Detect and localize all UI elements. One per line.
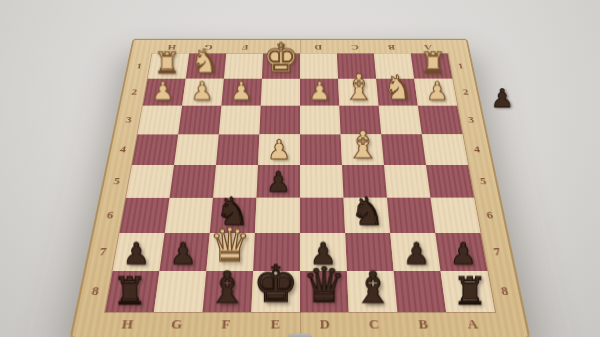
- rank-label-left-5: 5: [113, 175, 121, 187]
- square-b5[interactable]: [384, 165, 430, 198]
- file-label-top-b: B: [388, 42, 396, 51]
- square-b7[interactable]: ♟: [390, 233, 440, 271]
- file-label-top-g: G: [204, 42, 213, 51]
- square-c6[interactable]: ♞: [343, 198, 390, 233]
- piece-black-P-b7[interactable]: ♟: [403, 240, 430, 269]
- rank-label-right-2: 2: [462, 87, 469, 97]
- piece-white-P-f2[interactable]: ♟: [230, 80, 253, 104]
- rank-label-right-7: 7: [492, 245, 501, 259]
- square-h6[interactable]: [120, 198, 170, 233]
- piece-white-Q-f7[interactable]: ♛: [209, 224, 251, 268]
- square-f2[interactable]: ♟: [221, 79, 262, 106]
- rank-label-left-4: 4: [119, 144, 127, 155]
- square-g1[interactable]: ♞: [186, 54, 226, 79]
- square-a6[interactable]: [430, 198, 480, 233]
- square-d6[interactable]: [300, 198, 345, 233]
- file-label-top-e: E: [278, 42, 285, 51]
- square-c8[interactable]: ♝: [347, 271, 398, 312]
- board-frame: ♜♞♚♜♟♟♟♟♝♞♟♟♝♟♞♞♟♟♛♟♟♟♜♝♚♛♝♜ HHGGFFEEDDC…: [72, 40, 528, 337]
- square-f4[interactable]: [216, 134, 259, 165]
- piece-black-K-e8[interactable]: ♚: [253, 261, 299, 309]
- rank-label-right-5: 5: [479, 175, 487, 187]
- square-g8[interactable]: [154, 271, 206, 312]
- square-d2[interactable]: ♟: [300, 79, 339, 106]
- square-c4[interactable]: ♝: [341, 134, 384, 165]
- square-h8[interactable]: ♜: [105, 271, 159, 312]
- rank-label-left-3: 3: [125, 115, 133, 125]
- captured-piece-bP[interactable]: ♟: [491, 86, 514, 110]
- piece-black-Q-d8[interactable]: ♛: [303, 263, 347, 309]
- piece-black-P-h7[interactable]: ♟: [123, 240, 150, 269]
- square-d3[interactable]: [300, 106, 341, 135]
- square-a4[interactable]: [422, 134, 468, 165]
- file-label-bottom-d: D: [319, 317, 330, 333]
- file-label-bottom-b: B: [418, 317, 429, 333]
- piece-white-B-c2[interactable]: ♝: [343, 70, 375, 104]
- file-label-bottom-e: E: [270, 317, 280, 333]
- square-g2[interactable]: ♟: [182, 79, 224, 106]
- piece-black-P-a7[interactable]: ♟: [450, 240, 477, 269]
- square-e1[interactable]: ♚: [262, 54, 300, 79]
- square-g6[interactable]: [165, 198, 213, 233]
- square-a2[interactable]: ♟: [414, 79, 457, 106]
- file-label-bottom-h: H: [121, 317, 134, 333]
- captured-piece-tray: ♟: [477, 85, 522, 112]
- square-h2[interactable]: ♟: [143, 79, 186, 106]
- piece-black-B-f8[interactable]: ♝: [207, 267, 246, 309]
- square-h3[interactable]: [138, 106, 183, 135]
- photo-scene: ♜♞♚♜♟♟♟♟♝♞♟♟♝♟♞♞♟♟♛♟♟♟♜♝♚♛♝♜ HHGGFFEEDDC…: [0, 0, 600, 337]
- rank-label-left-8: 8: [90, 284, 100, 299]
- square-d5[interactable]: [300, 165, 343, 198]
- square-b4[interactable]: [381, 134, 426, 165]
- square-a5[interactable]: [426, 165, 474, 198]
- file-label-bottom-a: A: [466, 317, 479, 333]
- file-label-bottom-c: C: [368, 317, 379, 333]
- square-e4[interactable]: ♟: [258, 134, 300, 165]
- file-label-top-h: H: [167, 42, 177, 51]
- piece-white-P-g2[interactable]: ♟: [191, 80, 214, 104]
- rank-label-left-1: 1: [136, 62, 143, 71]
- piece-white-B-c4[interactable]: ♝: [346, 127, 380, 163]
- file-label-bottom-f: F: [221, 317, 231, 333]
- chess-board: ♜♞♚♜♟♟♟♟♝♞♟♟♝♟♞♞♟♟♛♟♟♟♜♝♚♛♝♜: [105, 54, 495, 312]
- square-d1[interactable]: [300, 54, 338, 79]
- file-label-top-a: A: [424, 42, 433, 51]
- square-h5[interactable]: [126, 165, 174, 198]
- piece-black-P-g7[interactable]: ♟: [170, 240, 197, 269]
- rank-label-right-8: 8: [500, 284, 510, 299]
- rank-label-left-7: 7: [98, 245, 107, 259]
- piece-black-R-h8[interactable]: ♜: [113, 273, 147, 309]
- square-b8[interactable]: [394, 271, 446, 312]
- square-e8[interactable]: ♚: [251, 271, 300, 312]
- piece-white-N-b2[interactable]: ♞: [383, 72, 413, 104]
- square-b2[interactable]: ♞: [376, 79, 418, 106]
- square-h7[interactable]: ♟: [113, 233, 165, 271]
- square-d4[interactable]: [300, 134, 342, 165]
- rank-label-right-1: 1: [457, 62, 464, 71]
- piece-white-P-a2[interactable]: ♟: [426, 80, 449, 104]
- square-g4[interactable]: [174, 134, 219, 165]
- piece-white-P-d2[interactable]: ♟: [308, 80, 331, 104]
- square-g5[interactable]: [170, 165, 216, 198]
- square-f1[interactable]: [224, 54, 263, 79]
- square-e2[interactable]: [261, 79, 300, 106]
- piece-white-P-h2[interactable]: ♟: [151, 80, 174, 104]
- square-c2[interactable]: ♝: [338, 79, 379, 106]
- file-label-top-c: C: [351, 42, 359, 51]
- rank-label-right-6: 6: [485, 209, 494, 222]
- square-f8[interactable]: ♝: [203, 271, 254, 312]
- rank-label-left-2: 2: [131, 87, 138, 97]
- table-plane: ♜♞♚♜♟♟♟♟♝♞♟♟♝♟♞♞♟♟♛♟♟♟♜♝♚♛♝♜ HHGGFFEEDDC…: [72, 40, 528, 337]
- square-d8[interactable]: ♛: [300, 271, 349, 312]
- piece-black-R-a8[interactable]: ♜: [453, 273, 487, 309]
- piece-black-P-e5[interactable]: ♟: [266, 169, 291, 195]
- square-e6[interactable]: [255, 198, 300, 233]
- square-e5[interactable]: ♟: [257, 165, 300, 198]
- rank-label-right-3: 3: [467, 115, 475, 125]
- piece-black-N-c6[interactable]: ♞: [350, 194, 385, 231]
- square-e3[interactable]: [259, 106, 300, 135]
- piece-white-R-h1[interactable]: ♜: [154, 49, 181, 77]
- square-b6[interactable]: [387, 198, 435, 233]
- square-a3[interactable]: [418, 106, 463, 135]
- square-b3[interactable]: [379, 106, 422, 135]
- square-a7[interactable]: ♟: [435, 233, 487, 271]
- file-label-bottom-g: G: [170, 317, 183, 333]
- piece-black-B-c8[interactable]: ♝: [353, 267, 392, 309]
- rank-label-right-4: 4: [473, 144, 481, 155]
- square-a1[interactable]: ♜: [411, 54, 453, 79]
- piece-white-R-a1[interactable]: ♜: [420, 49, 447, 77]
- square-f3[interactable]: [219, 106, 261, 135]
- square-h4[interactable]: [132, 134, 178, 165]
- rank-label-left-6: 6: [106, 209, 115, 222]
- piece-white-P-e4[interactable]: ♟: [267, 137, 291, 163]
- square-g7[interactable]: ♟: [159, 233, 209, 271]
- file-label-top-f: F: [242, 42, 249, 51]
- square-h1[interactable]: ♜: [148, 54, 190, 79]
- file-label-top-d: D: [314, 42, 322, 51]
- square-g3[interactable]: [178, 106, 221, 135]
- square-a8[interactable]: ♜: [441, 271, 495, 312]
